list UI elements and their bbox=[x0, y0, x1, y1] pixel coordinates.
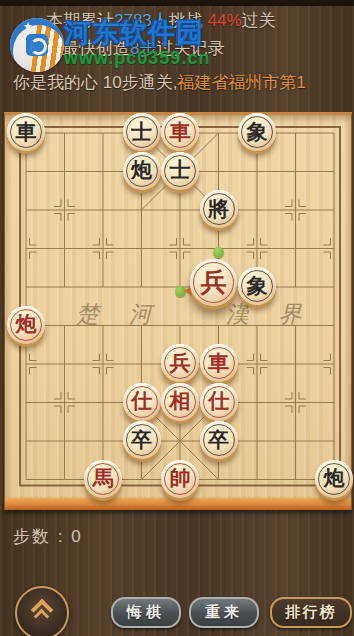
piece-red-c3r7[interactable]: 仕 bbox=[123, 383, 161, 421]
step-counter-label: 步数 : bbox=[13, 527, 64, 546]
river-label-han-jie: 漢 界 bbox=[226, 299, 314, 330]
logo-star-icon: ★ bbox=[23, 20, 33, 33]
record-region: 福建省福州市第1 bbox=[177, 73, 305, 92]
top-strip bbox=[0, 0, 354, 6]
piece-black-c6r4[interactable]: 象 bbox=[238, 267, 276, 305]
piece-red-c5r6[interactable]: 車 bbox=[200, 344, 238, 382]
piece-red-c5r7[interactable]: 仕 bbox=[200, 383, 238, 421]
piece-red-c4r0[interactable]: 車 bbox=[161, 113, 199, 151]
restart-button[interactable]: 重来 bbox=[189, 597, 259, 628]
watermark-site-url: www.pc0359.cn bbox=[64, 48, 210, 69]
xiangqi-app: 本期累计2783人挑战 44%过关 根平最快创造8步过关记录 你是我的心 10步… bbox=[0, 0, 354, 636]
piece-red-c0r5[interactable]: 炮 bbox=[7, 306, 45, 344]
piece-black-c3r1[interactable]: 炮 bbox=[123, 152, 161, 190]
piece-black-c3r8[interactable]: 卒 bbox=[123, 421, 161, 459]
header-level-line: 你是我的心 10步通关,福建省福州市第1 bbox=[13, 71, 306, 94]
piece-black-c8r9[interactable]: 炮 bbox=[315, 460, 353, 498]
piece-red-c2r9[interactable]: 馬 bbox=[84, 460, 122, 498]
piece-black-c6r0[interactable]: 象 bbox=[238, 113, 276, 151]
river-label-chu-he: 楚 河 bbox=[76, 299, 164, 330]
piece-red-c5r4[interactable]: 兵 bbox=[190, 259, 237, 306]
watermark-logo-icon: ★ bbox=[10, 18, 64, 72]
piece-red-c4r6[interactable]: 兵 bbox=[161, 344, 199, 382]
stat-suffix: 过关 bbox=[242, 11, 276, 30]
expand-up-button[interactable] bbox=[15, 586, 69, 636]
stat-pass-percent: 44% bbox=[208, 11, 242, 30]
logo-square bbox=[26, 34, 48, 56]
piece-black-c0r0[interactable]: 車 bbox=[7, 113, 45, 151]
undo-move-button[interactable]: 悔棋 bbox=[111, 597, 181, 628]
piece-red-c4r9[interactable]: 帥 bbox=[161, 460, 199, 498]
level-name-goal: 你是我的心 10步通关, bbox=[13, 73, 177, 92]
piece-black-c4r1[interactable]: 士 bbox=[161, 152, 199, 190]
step-counter: 步数 : 0 bbox=[13, 525, 83, 548]
piece-black-c5r8[interactable]: 卒 bbox=[200, 421, 238, 459]
piece-black-c5r2[interactable]: 將 bbox=[200, 190, 238, 228]
piece-black-c3r0[interactable]: 士 bbox=[123, 113, 161, 151]
hint-dot-icon bbox=[213, 247, 224, 258]
board-front-edge bbox=[4, 498, 352, 510]
piece-red-c4r7[interactable]: 相 bbox=[161, 383, 199, 421]
step-counter-value: 0 bbox=[71, 527, 82, 546]
watermark-site-name: 河东软件园 bbox=[64, 15, 204, 51]
leaderboard-button[interactable]: 排行榜 bbox=[270, 597, 352, 628]
